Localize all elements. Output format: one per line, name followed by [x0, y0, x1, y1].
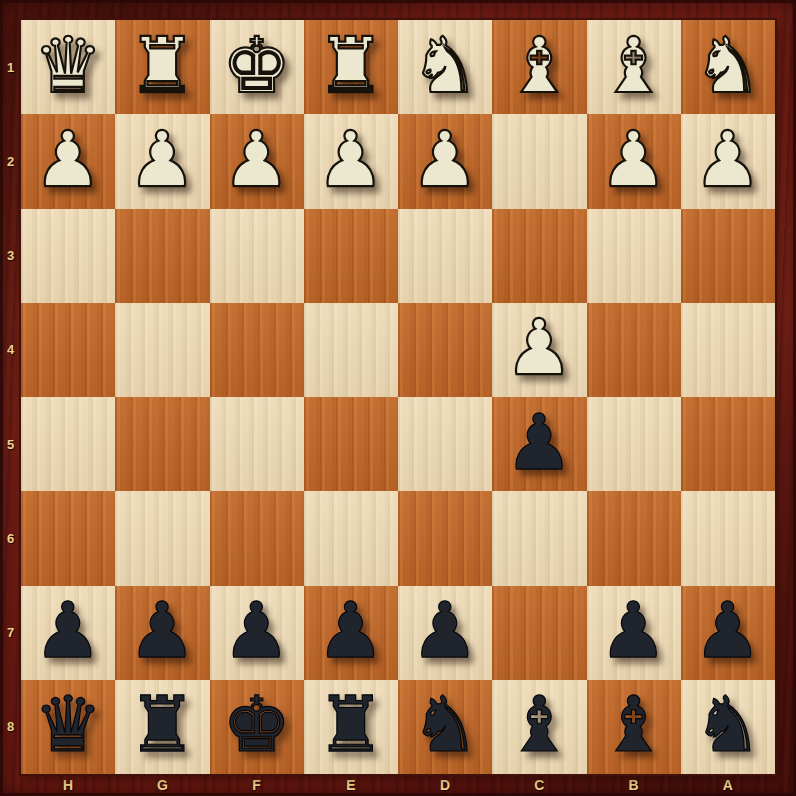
square-c8[interactable]: ♝ — [492, 680, 586, 774]
piece-white-bishop[interactable]: ♝ — [599, 27, 668, 104]
piece-black-pawn[interactable]: ♟ — [505, 404, 574, 481]
piece-black-pawn[interactable]: ♟ — [693, 592, 762, 669]
square-f2[interactable]: ♟ — [210, 114, 304, 208]
rank-label-7: 7 — [0, 586, 21, 680]
square-e1[interactable]: ♜ — [304, 20, 398, 114]
square-d3[interactable] — [398, 209, 492, 303]
piece-white-king[interactable]: ♚ — [222, 27, 291, 104]
square-h1[interactable]: ♛ — [21, 20, 115, 114]
piece-white-knight[interactable]: ♞ — [411, 27, 480, 104]
square-g2[interactable]: ♟ — [115, 114, 209, 208]
piece-white-pawn[interactable]: ♟ — [128, 121, 197, 198]
square-f6[interactable] — [210, 491, 304, 585]
piece-black-queen[interactable]: ♛ — [34, 686, 103, 763]
piece-white-pawn[interactable]: ♟ — [505, 309, 574, 386]
square-b8[interactable]: ♝ — [587, 680, 681, 774]
square-b5[interactable] — [587, 397, 681, 491]
square-g3[interactable] — [115, 209, 209, 303]
square-a5[interactable] — [681, 397, 775, 491]
square-b4[interactable] — [587, 303, 681, 397]
chess-board-frame: 12345678 HGFEDCBA ♛♜♚♜♞♝♝♞♟♟♟♟♟♟♟♟♟♟♟♟♟♟… — [0, 0, 796, 796]
square-h7[interactable]: ♟ — [21, 586, 115, 680]
square-b1[interactable]: ♝ — [587, 20, 681, 114]
piece-black-bishop[interactable]: ♝ — [599, 686, 668, 763]
square-f8[interactable]: ♚ — [210, 680, 304, 774]
rank-label-5: 5 — [0, 397, 21, 491]
square-h2[interactable]: ♟ — [21, 114, 115, 208]
square-a2[interactable]: ♟ — [681, 114, 775, 208]
square-d6[interactable] — [398, 491, 492, 585]
piece-black-pawn[interactable]: ♟ — [316, 592, 385, 669]
square-f5[interactable] — [210, 397, 304, 491]
file-label-a: A — [681, 774, 775, 796]
piece-black-rook[interactable]: ♜ — [128, 686, 197, 763]
file-labels: HGFEDCBA — [21, 774, 775, 796]
piece-black-pawn[interactable]: ♟ — [599, 592, 668, 669]
square-a8[interactable]: ♞ — [681, 680, 775, 774]
square-a1[interactable]: ♞ — [681, 20, 775, 114]
square-e3[interactable] — [304, 209, 398, 303]
square-e4[interactable] — [304, 303, 398, 397]
piece-white-bishop[interactable]: ♝ — [505, 27, 574, 104]
square-d4[interactable] — [398, 303, 492, 397]
piece-white-pawn[interactable]: ♟ — [693, 121, 762, 198]
square-g1[interactable]: ♜ — [115, 20, 209, 114]
square-g4[interactable] — [115, 303, 209, 397]
square-c3[interactable] — [492, 209, 586, 303]
piece-white-knight[interactable]: ♞ — [693, 27, 762, 104]
rank-label-4: 4 — [0, 303, 21, 397]
square-a7[interactable]: ♟ — [681, 586, 775, 680]
square-b2[interactable]: ♟ — [587, 114, 681, 208]
square-e5[interactable] — [304, 397, 398, 491]
piece-white-pawn[interactable]: ♟ — [599, 121, 668, 198]
file-label-f: F — [210, 774, 304, 796]
piece-black-pawn[interactable]: ♟ — [128, 592, 197, 669]
file-label-e: E — [304, 774, 398, 796]
rank-labels: 12345678 — [0, 20, 21, 774]
piece-white-pawn[interactable]: ♟ — [411, 121, 480, 198]
square-e2[interactable]: ♟ — [304, 114, 398, 208]
square-f1[interactable]: ♚ — [210, 20, 304, 114]
square-f7[interactable]: ♟ — [210, 586, 304, 680]
piece-black-knight[interactable]: ♞ — [411, 686, 480, 763]
piece-white-pawn[interactable]: ♟ — [222, 121, 291, 198]
piece-white-pawn[interactable]: ♟ — [316, 121, 385, 198]
square-d5[interactable] — [398, 397, 492, 491]
square-d1[interactable]: ♞ — [398, 20, 492, 114]
square-a4[interactable] — [681, 303, 775, 397]
square-c1[interactable]: ♝ — [492, 20, 586, 114]
rank-label-6: 6 — [0, 491, 21, 585]
piece-black-pawn[interactable]: ♟ — [411, 592, 480, 669]
square-d8[interactable]: ♞ — [398, 680, 492, 774]
square-d7[interactable]: ♟ — [398, 586, 492, 680]
square-e7[interactable]: ♟ — [304, 586, 398, 680]
square-b6[interactable] — [587, 491, 681, 585]
square-e8[interactable]: ♜ — [304, 680, 398, 774]
piece-white-rook[interactable]: ♜ — [128, 27, 197, 104]
square-g5[interactable] — [115, 397, 209, 491]
square-c5[interactable]: ♟ — [492, 397, 586, 491]
rank-label-2: 2 — [0, 114, 21, 208]
chess-board: ♛♜♚♜♞♝♝♞♟♟♟♟♟♟♟♟♟♟♟♟♟♟♟♟♛♜♚♜♞♝♝♞ — [21, 20, 775, 774]
square-h6[interactable] — [21, 491, 115, 585]
piece-black-knight[interactable]: ♞ — [693, 686, 762, 763]
square-a3[interactable] — [681, 209, 775, 303]
file-label-b: B — [587, 774, 681, 796]
square-c6[interactable] — [492, 491, 586, 585]
piece-white-queen[interactable]: ♛ — [34, 27, 103, 104]
square-b3[interactable] — [587, 209, 681, 303]
square-g6[interactable] — [115, 491, 209, 585]
square-h8[interactable]: ♛ — [21, 680, 115, 774]
piece-black-rook[interactable]: ♜ — [316, 686, 385, 763]
square-h5[interactable] — [21, 397, 115, 491]
piece-black-pawn[interactable]: ♟ — [34, 592, 103, 669]
rank-label-1: 1 — [0, 20, 21, 114]
square-c4[interactable]: ♟ — [492, 303, 586, 397]
square-g7[interactable]: ♟ — [115, 586, 209, 680]
square-c7[interactable] — [492, 586, 586, 680]
square-h4[interactable] — [21, 303, 115, 397]
file-label-d: D — [398, 774, 492, 796]
square-g8[interactable]: ♜ — [115, 680, 209, 774]
file-label-h: H — [21, 774, 115, 796]
square-c2[interactable] — [492, 114, 586, 208]
square-e6[interactable] — [304, 491, 398, 585]
square-d2[interactable]: ♟ — [398, 114, 492, 208]
file-label-g: G — [115, 774, 209, 796]
piece-black-pawn[interactable]: ♟ — [222, 592, 291, 669]
piece-black-bishop[interactable]: ♝ — [505, 686, 574, 763]
square-f3[interactable] — [210, 209, 304, 303]
piece-white-pawn[interactable]: ♟ — [34, 121, 103, 198]
piece-white-rook[interactable]: ♜ — [316, 27, 385, 104]
square-f4[interactable] — [210, 303, 304, 397]
rank-label-8: 8 — [0, 680, 21, 774]
piece-black-king[interactable]: ♚ — [222, 686, 291, 763]
square-b7[interactable]: ♟ — [587, 586, 681, 680]
square-h3[interactable] — [21, 209, 115, 303]
square-a6[interactable] — [681, 491, 775, 585]
file-label-c: C — [492, 774, 586, 796]
rank-label-3: 3 — [0, 209, 21, 303]
